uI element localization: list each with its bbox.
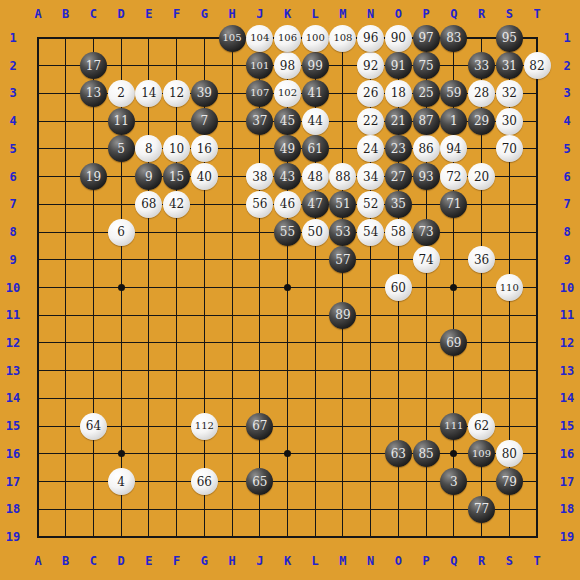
stone-black: 109 bbox=[468, 440, 495, 467]
stone-black: 9 bbox=[135, 163, 162, 190]
stone-black: 99 bbox=[302, 52, 329, 79]
stone-black: 61 bbox=[302, 135, 329, 162]
stone-black: 93 bbox=[413, 163, 440, 190]
stone-white: 6 bbox=[108, 219, 135, 246]
row-label-right: 15 bbox=[560, 419, 574, 433]
stone-black: 5 bbox=[108, 135, 135, 162]
stone-white: 58 bbox=[385, 219, 412, 246]
row-label-left: 17 bbox=[6, 475, 20, 489]
row-label-right: 11 bbox=[560, 308, 574, 322]
star-point bbox=[118, 450, 125, 457]
column-label-bottom: P bbox=[422, 554, 429, 568]
row-label-right: 17 bbox=[560, 475, 574, 489]
stone-black: 91 bbox=[385, 52, 412, 79]
stone-white: 72 bbox=[440, 163, 467, 190]
stone-white: 52 bbox=[357, 191, 384, 218]
stone-white: 50 bbox=[302, 219, 329, 246]
stone-black: 67 bbox=[246, 413, 273, 440]
go-board[interactable]: AABBCCDDEEFFGGHHJJKKLLMMNNOOPPQQRRSSTT11… bbox=[0, 0, 580, 580]
stone-black: 63 bbox=[385, 440, 412, 467]
stone-white: 90 bbox=[385, 25, 412, 52]
stone-white: 70 bbox=[496, 135, 523, 162]
column-label-top: G bbox=[201, 7, 208, 21]
column-label-top: N bbox=[367, 7, 374, 21]
column-label-bottom: A bbox=[34, 554, 41, 568]
column-label-bottom: S bbox=[506, 554, 513, 568]
column-label-top: M bbox=[339, 7, 346, 21]
column-label-bottom: K bbox=[284, 554, 291, 568]
column-label-top: L bbox=[312, 7, 319, 21]
row-label-right: 2 bbox=[563, 59, 570, 73]
stone-white: 38 bbox=[246, 163, 273, 190]
stone-white: 16 bbox=[191, 135, 218, 162]
stone-black: 69 bbox=[440, 329, 467, 356]
stone-black: 49 bbox=[274, 135, 301, 162]
star-point bbox=[284, 450, 291, 457]
stone-black: 57 bbox=[329, 246, 356, 273]
stone-white: 56 bbox=[246, 191, 273, 218]
stone-black: 25 bbox=[413, 80, 440, 107]
column-label-bottom: C bbox=[90, 554, 97, 568]
row-label-right: 1 bbox=[563, 31, 570, 45]
grid-line-horizontal bbox=[37, 398, 538, 399]
column-label-top: D bbox=[118, 7, 125, 21]
stone-white: 40 bbox=[191, 163, 218, 190]
column-label-top: J bbox=[256, 7, 263, 21]
row-label-right: 12 bbox=[560, 336, 574, 350]
column-label-bottom: E bbox=[145, 554, 152, 568]
stone-black: 21 bbox=[385, 108, 412, 135]
stone-white: 24 bbox=[357, 135, 384, 162]
stone-white: 94 bbox=[440, 135, 467, 162]
column-label-top: T bbox=[533, 7, 540, 21]
row-label-right: 3 bbox=[563, 86, 570, 100]
row-label-left: 12 bbox=[6, 336, 20, 350]
row-label-left: 6 bbox=[9, 170, 16, 184]
column-label-top: F bbox=[173, 7, 180, 21]
row-label-right: 8 bbox=[563, 225, 570, 239]
grid-line-horizontal bbox=[37, 536, 538, 538]
column-label-bottom: J bbox=[256, 554, 263, 568]
stone-black: 79 bbox=[496, 468, 523, 495]
row-label-right: 19 bbox=[560, 530, 574, 544]
column-label-bottom: N bbox=[367, 554, 374, 568]
stone-white: 26 bbox=[357, 80, 384, 107]
stone-black: 29 bbox=[468, 108, 495, 135]
stone-white: 108 bbox=[329, 25, 356, 52]
row-label-left: 13 bbox=[6, 364, 20, 378]
star-point bbox=[118, 284, 125, 291]
row-label-right: 10 bbox=[560, 281, 574, 295]
column-label-bottom: L bbox=[312, 554, 319, 568]
row-label-right: 5 bbox=[563, 142, 570, 156]
stone-black: 19 bbox=[80, 163, 107, 190]
stone-white: 46 bbox=[274, 191, 301, 218]
stone-white: 68 bbox=[135, 191, 162, 218]
stone-white: 36 bbox=[468, 246, 495, 273]
stone-black: 105 bbox=[219, 25, 246, 52]
stone-black: 73 bbox=[413, 219, 440, 246]
stone-white: 28 bbox=[468, 80, 495, 107]
stone-white: 30 bbox=[496, 108, 523, 135]
column-label-top: B bbox=[62, 7, 69, 21]
stone-black: 11 bbox=[108, 108, 135, 135]
row-label-right: 16 bbox=[560, 447, 574, 461]
stone-black: 27 bbox=[385, 163, 412, 190]
column-label-top: O bbox=[395, 7, 402, 21]
column-label-bottom: G bbox=[201, 554, 208, 568]
stone-black: 89 bbox=[329, 302, 356, 329]
row-label-left: 16 bbox=[6, 447, 20, 461]
grid-line-horizontal bbox=[37, 370, 538, 371]
stone-white: 102 bbox=[274, 80, 301, 107]
column-label-top: S bbox=[506, 7, 513, 21]
stone-black: 45 bbox=[274, 108, 301, 135]
stone-white: 98 bbox=[274, 52, 301, 79]
column-label-bottom: R bbox=[478, 554, 485, 568]
stone-black: 35 bbox=[385, 191, 412, 218]
row-label-left: 15 bbox=[6, 419, 20, 433]
grid-line-horizontal bbox=[37, 315, 538, 316]
stone-white: 54 bbox=[357, 219, 384, 246]
column-label-bottom: B bbox=[62, 554, 69, 568]
stone-black: 31 bbox=[496, 52, 523, 79]
column-label-bottom: H bbox=[228, 554, 235, 568]
stone-white: 112 bbox=[191, 413, 218, 440]
column-label-top: A bbox=[34, 7, 41, 21]
column-label-top: E bbox=[145, 7, 152, 21]
stone-black: 77 bbox=[468, 496, 495, 523]
stone-white: 104 bbox=[246, 25, 273, 52]
stone-white: 10 bbox=[163, 135, 190, 162]
stone-black: 97 bbox=[413, 25, 440, 52]
stone-white: 80 bbox=[496, 440, 523, 467]
stone-black: 39 bbox=[191, 80, 218, 107]
row-label-right: 6 bbox=[563, 170, 570, 184]
stone-black: 33 bbox=[468, 52, 495, 79]
row-label-left: 9 bbox=[9, 253, 16, 267]
grid-line-vertical bbox=[536, 37, 538, 538]
row-label-left: 5 bbox=[9, 142, 16, 156]
stone-black: 85 bbox=[413, 440, 440, 467]
stone-black: 1 bbox=[440, 108, 467, 135]
row-label-right: 18 bbox=[560, 502, 574, 516]
grid-line-horizontal bbox=[37, 509, 538, 510]
row-label-left: 10 bbox=[6, 281, 20, 295]
stone-black: 51 bbox=[329, 191, 356, 218]
stone-black: 7 bbox=[191, 108, 218, 135]
stone-white: 74 bbox=[413, 246, 440, 273]
row-label-right: 4 bbox=[563, 114, 570, 128]
row-label-right: 7 bbox=[563, 197, 570, 211]
row-label-left: 8 bbox=[9, 225, 16, 239]
goban-canvas: AABBCCDDEEFFGGHHJJKKLLMMNNOOPPQQRRSSTT11… bbox=[0, 0, 580, 580]
stone-black: 23 bbox=[385, 135, 412, 162]
column-label-bottom: F bbox=[173, 554, 180, 568]
stone-white: 18 bbox=[385, 80, 412, 107]
stone-white: 48 bbox=[302, 163, 329, 190]
row-label-left: 4 bbox=[9, 114, 16, 128]
stone-black: 41 bbox=[302, 80, 329, 107]
stone-black: 75 bbox=[413, 52, 440, 79]
column-label-top: R bbox=[478, 7, 485, 21]
stone-black: 65 bbox=[246, 468, 273, 495]
stone-white: 32 bbox=[496, 80, 523, 107]
stone-white: 88 bbox=[329, 163, 356, 190]
stone-white: 44 bbox=[302, 108, 329, 135]
stone-black: 95 bbox=[496, 25, 523, 52]
stone-white: 110 bbox=[496, 274, 523, 301]
stone-white: 92 bbox=[357, 52, 384, 79]
stone-white: 2 bbox=[108, 80, 135, 107]
stone-white: 86 bbox=[413, 135, 440, 162]
column-label-top: P bbox=[422, 7, 429, 21]
stone-white: 96 bbox=[357, 25, 384, 52]
stone-black: 87 bbox=[413, 108, 440, 135]
column-label-bottom: M bbox=[339, 554, 346, 568]
stone-white: 34 bbox=[357, 163, 384, 190]
stone-white: 60 bbox=[385, 274, 412, 301]
row-label-left: 18 bbox=[6, 502, 20, 516]
column-label-top: Q bbox=[450, 7, 457, 21]
star-point bbox=[450, 284, 457, 291]
stone-white: 62 bbox=[468, 413, 495, 440]
row-label-left: 3 bbox=[9, 86, 16, 100]
row-label-left: 11 bbox=[6, 308, 20, 322]
row-label-left: 19 bbox=[6, 530, 20, 544]
grid-line-vertical bbox=[342, 37, 343, 538]
stone-white: 14 bbox=[135, 80, 162, 107]
star-point bbox=[284, 284, 291, 291]
stone-white: 42 bbox=[163, 191, 190, 218]
column-label-top: H bbox=[228, 7, 235, 21]
row-label-right: 14 bbox=[560, 391, 574, 405]
stone-black: 47 bbox=[302, 191, 329, 218]
stone-white: 4 bbox=[108, 468, 135, 495]
row-label-left: 14 bbox=[6, 391, 20, 405]
row-label-right: 13 bbox=[560, 364, 574, 378]
stone-black: 3 bbox=[440, 468, 467, 495]
stone-black: 111 bbox=[440, 413, 467, 440]
stone-black: 101 bbox=[246, 52, 273, 79]
stone-white: 20 bbox=[468, 163, 495, 190]
stone-black: 13 bbox=[80, 80, 107, 107]
column-label-bottom: O bbox=[395, 554, 402, 568]
column-label-top: C bbox=[90, 7, 97, 21]
stone-black: 43 bbox=[274, 163, 301, 190]
row-label-right: 9 bbox=[563, 253, 570, 267]
stone-black: 83 bbox=[440, 25, 467, 52]
stone-white: 64 bbox=[80, 413, 107, 440]
stone-black: 53 bbox=[329, 219, 356, 246]
stone-white: 100 bbox=[302, 25, 329, 52]
star-point bbox=[450, 450, 457, 457]
stone-white: 66 bbox=[191, 468, 218, 495]
row-label-left: 1 bbox=[9, 31, 16, 45]
stone-white: 22 bbox=[357, 108, 384, 135]
stone-black: 59 bbox=[440, 80, 467, 107]
stone-black: 107 bbox=[246, 80, 273, 107]
stone-white: 106 bbox=[274, 25, 301, 52]
row-label-left: 7 bbox=[9, 197, 16, 211]
row-label-left: 2 bbox=[9, 59, 16, 73]
column-label-bottom: T bbox=[533, 554, 540, 568]
stone-black: 15 bbox=[163, 163, 190, 190]
stone-black: 55 bbox=[274, 219, 301, 246]
column-label-bottom: D bbox=[118, 554, 125, 568]
stone-white: 8 bbox=[135, 135, 162, 162]
column-label-bottom: Q bbox=[450, 554, 457, 568]
stone-black: 17 bbox=[80, 52, 107, 79]
stone-black: 37 bbox=[246, 108, 273, 135]
stone-white: 12 bbox=[163, 80, 190, 107]
stone-black: 71 bbox=[440, 191, 467, 218]
stone-white: 82 bbox=[524, 52, 551, 79]
column-label-top: K bbox=[284, 7, 291, 21]
